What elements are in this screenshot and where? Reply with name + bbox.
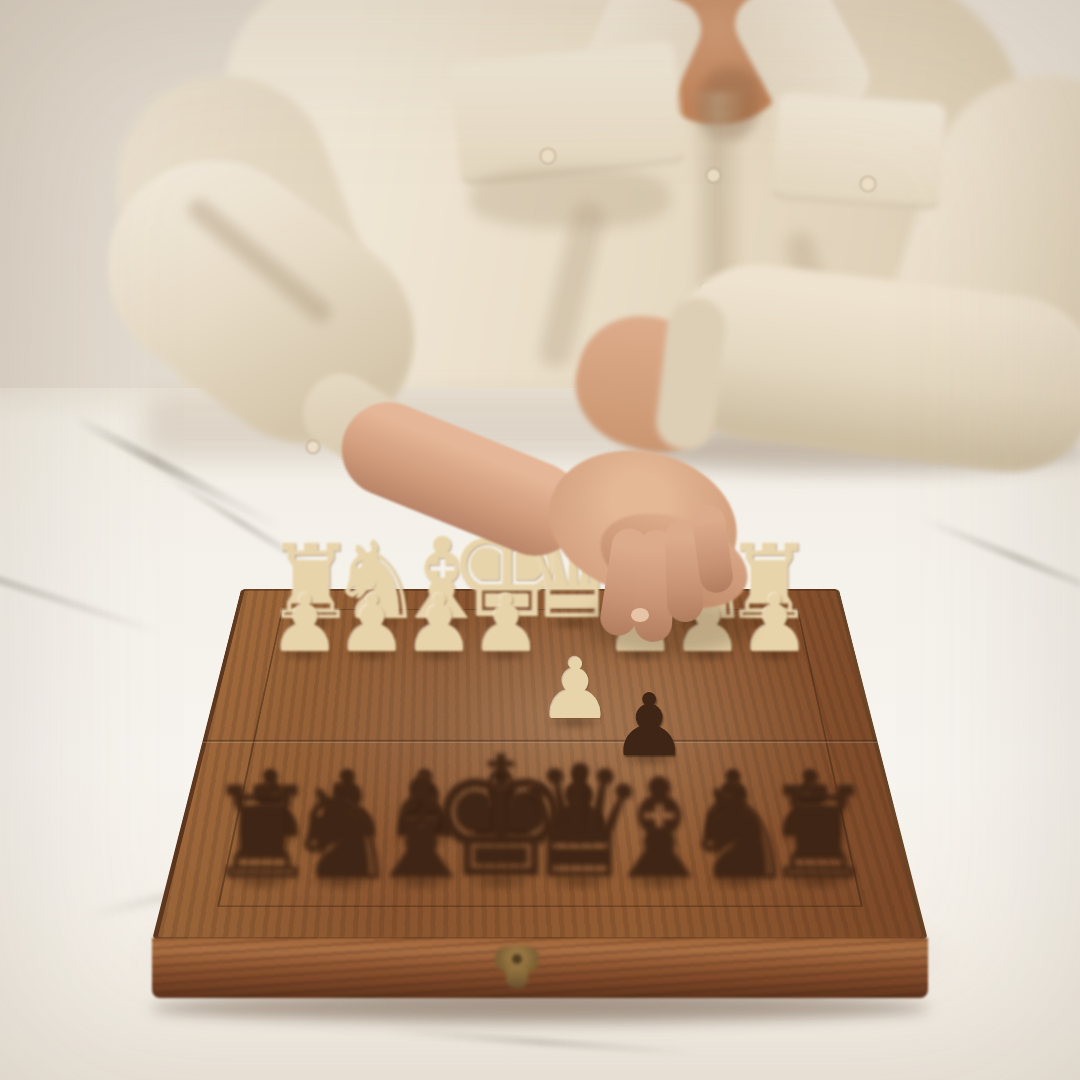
- fingernail: [631, 608, 649, 622]
- board-hinge-seam: [202, 739, 878, 743]
- clasp-latch: [506, 968, 528, 988]
- cuff-button: [306, 440, 320, 454]
- board-sheen: [217, 609, 863, 906]
- pocket-button-left: [540, 148, 556, 164]
- brass-clasp: [490, 944, 544, 992]
- board-surface: [152, 589, 928, 940]
- clasp-keyhole: [512, 954, 522, 964]
- board-box-front: [152, 938, 928, 998]
- photo-scene: ♜♞♝♚♛♝♞♜♟♟♟♟♟♟♟♟♟♟♟♟♟♟♟♟♜♞♝♚♛♝♞♜: [0, 0, 1080, 1080]
- board-contact-shadow: [150, 994, 930, 1022]
